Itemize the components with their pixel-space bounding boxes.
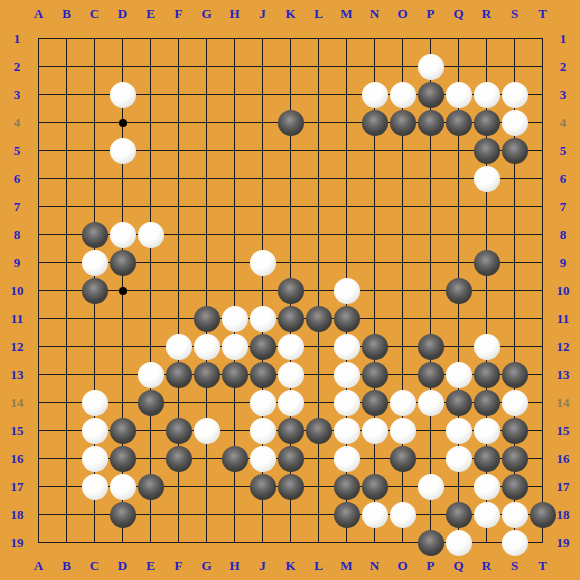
column-label-top-K: K [277,6,305,22]
black-stone-D9 [110,250,136,276]
white-stone-K14 [278,390,304,416]
white-stone-S14 [502,390,528,416]
row-label-left-6: 6 [3,171,31,187]
black-stone-K16 [278,446,304,472]
black-stone-R16 [474,446,500,472]
black-stone-P19 [418,530,444,556]
white-stone-M10 [334,278,360,304]
black-stone-L15 [306,418,332,444]
white-stone-D3 [110,82,136,108]
row-label-left-11: 11 [3,311,31,327]
white-stone-J9 [250,250,276,276]
row-label-left-15: 15 [3,423,31,439]
row-label-left-18: 18 [3,507,31,523]
column-label-top-P: P [417,6,445,22]
black-stone-G11 [194,306,220,332]
white-stone-S18 [502,502,528,528]
white-stone-Q15 [446,418,472,444]
column-label-bottom-H: H [221,558,249,574]
white-stone-P2 [418,54,444,80]
row-label-left-8: 8 [3,227,31,243]
black-stone-M11 [334,306,360,332]
black-stone-N13 [362,362,388,388]
white-stone-M13 [334,362,360,388]
column-label-bottom-N: N [361,558,389,574]
white-stone-S19 [502,530,528,556]
black-stone-D16 [110,446,136,472]
white-stone-C16 [82,446,108,472]
star-point-D10 [119,287,127,295]
white-stone-G12 [194,334,220,360]
black-stone-Q18 [446,502,472,528]
black-stone-O16 [390,446,416,472]
white-stone-R18 [474,502,500,528]
column-label-top-T: T [529,6,557,22]
white-stone-P14 [418,390,444,416]
white-stone-K13 [278,362,304,388]
grid-line-vertical [318,38,319,543]
column-label-top-D: D [109,6,137,22]
white-stone-N18 [362,502,388,528]
column-label-bottom-O: O [389,558,417,574]
row-label-right-3: 3 [549,87,577,103]
black-stone-S15 [502,418,528,444]
black-stone-D15 [110,418,136,444]
white-stone-M14 [334,390,360,416]
column-label-bottom-C: C [81,558,109,574]
black-stone-R4 [474,110,500,136]
black-stone-N14 [362,390,388,416]
white-stone-E8 [138,222,164,248]
white-stone-C14 [82,390,108,416]
white-stone-O14 [390,390,416,416]
column-label-top-H: H [221,6,249,22]
black-stone-P4 [418,110,444,136]
black-stone-K11 [278,306,304,332]
column-label-bottom-D: D [109,558,137,574]
white-stone-D8 [110,222,136,248]
column-label-top-A: A [25,6,53,22]
black-stone-P3 [418,82,444,108]
black-stone-F15 [166,418,192,444]
black-stone-Q14 [446,390,472,416]
row-label-left-2: 2 [3,59,31,75]
row-label-right-18: 18 [549,507,577,523]
row-label-right-2: 2 [549,59,577,75]
white-stone-G15 [194,418,220,444]
white-stone-C17 [82,474,108,500]
row-label-left-19: 19 [3,535,31,551]
white-stone-Q16 [446,446,472,472]
white-stone-H11 [222,306,248,332]
white-stone-D5 [110,138,136,164]
black-stone-K4 [278,110,304,136]
white-stone-K12 [278,334,304,360]
column-label-top-G: G [193,6,221,22]
black-stone-S16 [502,446,528,472]
white-stone-N3 [362,82,388,108]
white-stone-J11 [250,306,276,332]
row-label-right-19: 19 [549,535,577,551]
white-stone-M12 [334,334,360,360]
row-label-right-10: 10 [549,283,577,299]
column-label-bottom-L: L [305,558,333,574]
row-label-right-13: 13 [549,367,577,383]
white-stone-J14 [250,390,276,416]
column-label-top-J: J [249,6,277,22]
white-stone-H12 [222,334,248,360]
row-label-right-1: 1 [549,31,577,47]
go-board[interactable]: AABBCCDDEEFFGGHHJJKKLLMMNNOOPPQQRRSSTT11… [0,0,580,580]
row-label-right-5: 5 [549,143,577,159]
row-label-right-17: 17 [549,479,577,495]
row-label-left-10: 10 [3,283,31,299]
white-stone-C9 [82,250,108,276]
column-label-bottom-A: A [25,558,53,574]
row-label-right-4: 4 [549,115,577,131]
white-stone-R17 [474,474,500,500]
black-stone-H16 [222,446,248,472]
black-stone-R13 [474,362,500,388]
black-stone-N17 [362,474,388,500]
column-label-bottom-G: G [193,558,221,574]
white-stone-S3 [502,82,528,108]
row-label-right-15: 15 [549,423,577,439]
black-stone-L11 [306,306,332,332]
black-stone-N12 [362,334,388,360]
black-stone-R14 [474,390,500,416]
white-stone-R3 [474,82,500,108]
row-label-left-7: 7 [3,199,31,215]
row-label-left-3: 3 [3,87,31,103]
black-stone-C10 [82,278,108,304]
column-label-top-Q: Q [445,6,473,22]
black-stone-J17 [250,474,276,500]
black-stone-S17 [502,474,528,500]
white-stone-P17 [418,474,444,500]
white-stone-R6 [474,166,500,192]
black-stone-Q10 [446,278,472,304]
row-label-right-12: 12 [549,339,577,355]
black-stone-D18 [110,502,136,528]
row-label-right-8: 8 [549,227,577,243]
row-label-left-9: 9 [3,255,31,271]
column-label-bottom-R: R [473,558,501,574]
row-label-right-7: 7 [549,199,577,215]
row-label-left-5: 5 [3,143,31,159]
black-stone-E14 [138,390,164,416]
white-stone-F12 [166,334,192,360]
black-stone-P13 [418,362,444,388]
row-label-right-16: 16 [549,451,577,467]
white-stone-Q19 [446,530,472,556]
white-stone-R12 [474,334,500,360]
black-stone-Q4 [446,110,472,136]
black-stone-K17 [278,474,304,500]
black-stone-S13 [502,362,528,388]
black-stone-F13 [166,362,192,388]
white-stone-Q13 [446,362,472,388]
white-stone-M16 [334,446,360,472]
black-stone-R5 [474,138,500,164]
row-label-left-16: 16 [3,451,31,467]
column-label-top-S: S [501,6,529,22]
row-label-left-14: 14 [3,395,31,411]
white-stone-J15 [250,418,276,444]
white-stone-Q3 [446,82,472,108]
row-label-left-12: 12 [3,339,31,355]
black-stone-J13 [250,362,276,388]
row-label-right-9: 9 [549,255,577,271]
black-stone-E17 [138,474,164,500]
black-stone-O4 [390,110,416,136]
white-stone-N15 [362,418,388,444]
column-label-bottom-F: F [165,558,193,574]
column-label-top-O: O [389,6,417,22]
black-stone-P12 [418,334,444,360]
black-stone-H13 [222,362,248,388]
column-label-bottom-M: M [333,558,361,574]
column-label-bottom-P: P [417,558,445,574]
white-stone-R15 [474,418,500,444]
row-label-left-4: 4 [3,115,31,131]
column-label-top-L: L [305,6,333,22]
star-point-D4 [119,119,127,127]
white-stone-D17 [110,474,136,500]
black-stone-K10 [278,278,304,304]
black-stone-M17 [334,474,360,500]
white-stone-O3 [390,82,416,108]
column-label-top-C: C [81,6,109,22]
column-label-bottom-T: T [529,558,557,574]
column-label-bottom-S: S [501,558,529,574]
column-label-bottom-Q: Q [445,558,473,574]
column-label-top-B: B [53,6,81,22]
white-stone-J16 [250,446,276,472]
column-label-bottom-E: E [137,558,165,574]
grid-line-vertical [542,38,543,543]
row-label-right-14: 14 [549,395,577,411]
row-label-left-13: 13 [3,367,31,383]
white-stone-O18 [390,502,416,528]
column-label-top-M: M [333,6,361,22]
column-label-bottom-B: B [53,558,81,574]
white-stone-S4 [502,110,528,136]
black-stone-G13 [194,362,220,388]
black-stone-R9 [474,250,500,276]
row-label-right-6: 6 [549,171,577,187]
white-stone-C15 [82,418,108,444]
column-label-top-E: E [137,6,165,22]
black-stone-K15 [278,418,304,444]
black-stone-J12 [250,334,276,360]
row-label-right-11: 11 [549,311,577,327]
column-label-bottom-K: K [277,558,305,574]
white-stone-O15 [390,418,416,444]
black-stone-F16 [166,446,192,472]
black-stone-S5 [502,138,528,164]
black-stone-N4 [362,110,388,136]
black-stone-C8 [82,222,108,248]
white-stone-E13 [138,362,164,388]
column-label-top-R: R [473,6,501,22]
row-label-left-1: 1 [3,31,31,47]
column-label-top-F: F [165,6,193,22]
black-stone-M18 [334,502,360,528]
column-label-bottom-J: J [249,558,277,574]
white-stone-M15 [334,418,360,444]
column-label-top-N: N [361,6,389,22]
row-label-left-17: 17 [3,479,31,495]
